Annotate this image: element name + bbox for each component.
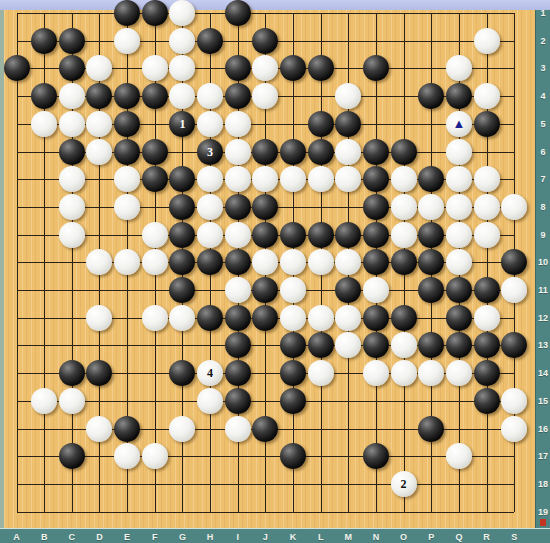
black-stone-C3	[59, 55, 85, 81]
black-stone-F6	[142, 139, 168, 165]
row-label-19: 19	[538, 507, 548, 517]
white-stone-Q17	[446, 443, 472, 469]
black-stone-J2	[252, 28, 278, 54]
black-stone-Q11	[446, 277, 472, 303]
white-stone-Q6	[446, 139, 472, 165]
white-stone-K7	[280, 166, 306, 192]
black-stone-C6	[59, 139, 85, 165]
white-stone-J10	[252, 249, 278, 275]
black-stone-P10	[418, 249, 444, 275]
black-stone-J16	[252, 416, 278, 442]
black-stone-L6	[308, 139, 334, 165]
black-stone-S10	[501, 249, 527, 275]
black-stone-I8	[225, 194, 251, 220]
white-stone-L10	[308, 249, 334, 275]
black-stone-Q12	[446, 305, 472, 331]
white-stone-J3	[252, 55, 278, 81]
white-stone-K10	[280, 249, 306, 275]
black-stone-P9	[418, 222, 444, 248]
white-stone-E7	[114, 166, 140, 192]
row-label-17: 17	[538, 451, 548, 461]
white-stone-G4	[169, 83, 195, 109]
white-stone-O9	[391, 222, 417, 248]
black-stone-H2	[197, 28, 223, 54]
white-stone-L7	[308, 166, 334, 192]
white-stone-R8	[474, 194, 500, 220]
black-stone-J6	[252, 139, 278, 165]
black-stone-G5: 1	[169, 111, 195, 137]
row-label-15: 15	[538, 396, 548, 406]
black-stone-P4	[418, 83, 444, 109]
move-number-label: 2	[401, 478, 407, 490]
white-stone-M10	[335, 249, 361, 275]
white-stone-M4	[335, 83, 361, 109]
white-stone-F12	[142, 305, 168, 331]
white-stone-H5	[197, 111, 223, 137]
white-stone-I6	[225, 139, 251, 165]
white-stone-M6	[335, 139, 361, 165]
white-stone-H4	[197, 83, 223, 109]
white-stone-C4	[59, 83, 85, 109]
column-label-M: M	[345, 532, 353, 542]
column-coordinates-bar: ABCDEFGHIJKLMNOPQRS	[0, 528, 550, 543]
column-label-F: F	[152, 532, 158, 542]
black-stone-G11	[169, 277, 195, 303]
white-stone-R9	[474, 222, 500, 248]
white-stone-D12	[86, 305, 112, 331]
column-label-P: P	[428, 532, 434, 542]
black-stone-K17	[280, 443, 306, 469]
black-stone-R11	[474, 277, 500, 303]
white-stone-I11	[225, 277, 251, 303]
white-stone-Q5: ▲	[446, 111, 472, 137]
white-stone-G1	[169, 0, 195, 26]
white-stone-O7	[391, 166, 417, 192]
white-stone-D5	[86, 111, 112, 137]
white-stone-S11	[501, 277, 527, 303]
black-stone-M11	[335, 277, 361, 303]
black-stone-G9	[169, 222, 195, 248]
white-stone-R7	[474, 166, 500, 192]
black-stone-F4	[142, 83, 168, 109]
black-stone-E5	[114, 111, 140, 137]
black-stone-E6	[114, 139, 140, 165]
white-stone-H14: 4	[197, 360, 223, 386]
white-stone-M7	[335, 166, 361, 192]
white-stone-R12	[474, 305, 500, 331]
column-label-G: G	[179, 532, 186, 542]
white-stone-H15	[197, 388, 223, 414]
column-label-L: L	[318, 532, 324, 542]
white-stone-C7	[59, 166, 85, 192]
white-stone-E10	[114, 249, 140, 275]
white-stone-H8	[197, 194, 223, 220]
black-stone-R15	[474, 388, 500, 414]
white-stone-Q10	[446, 249, 472, 275]
white-stone-K12	[280, 305, 306, 331]
black-stone-B4	[31, 83, 57, 109]
column-label-E: E	[124, 532, 130, 542]
row-label-16: 16	[538, 424, 548, 434]
column-label-K: K	[290, 532, 297, 542]
black-stone-K14	[280, 360, 306, 386]
white-stone-I7	[225, 166, 251, 192]
white-stone-G16	[169, 416, 195, 442]
black-stone-I14	[225, 360, 251, 386]
white-stone-P14	[418, 360, 444, 386]
black-stone-L3	[308, 55, 334, 81]
white-stone-P8	[418, 194, 444, 220]
black-stone-F1	[142, 0, 168, 26]
white-stone-R2	[474, 28, 500, 54]
row-label-1: 1	[540, 8, 545, 18]
row-label-8: 8	[540, 202, 545, 212]
white-stone-G12	[169, 305, 195, 331]
black-stone-H12	[197, 305, 223, 331]
white-stone-C9	[59, 222, 85, 248]
black-stone-N9	[363, 222, 389, 248]
column-label-N: N	[373, 532, 380, 542]
column-label-O: O	[400, 532, 407, 542]
white-stone-N14	[363, 360, 389, 386]
white-stone-M13	[335, 332, 361, 358]
white-stone-J4	[252, 83, 278, 109]
black-stone-K3	[280, 55, 306, 81]
black-stone-E16	[114, 416, 140, 442]
column-label-R: R	[483, 532, 490, 542]
black-stone-Q13	[446, 332, 472, 358]
row-label-14: 14	[538, 368, 548, 378]
white-stone-L12	[308, 305, 334, 331]
white-stone-Q3	[446, 55, 472, 81]
black-stone-I15	[225, 388, 251, 414]
white-stone-L14	[308, 360, 334, 386]
column-label-J: J	[263, 532, 268, 542]
black-stone-P7	[418, 166, 444, 192]
row-label-9: 9	[540, 230, 545, 240]
black-stone-A3	[4, 55, 30, 81]
move-number-label: 1	[179, 118, 185, 130]
last-move-triangle-marker: ▲	[452, 117, 465, 130]
black-stone-O10	[391, 249, 417, 275]
white-stone-S8	[501, 194, 527, 220]
white-stone-Q8	[446, 194, 472, 220]
white-stone-C15	[59, 388, 85, 414]
column-label-C: C	[69, 532, 76, 542]
window-top-bar	[0, 0, 550, 10]
black-stone-P13	[418, 332, 444, 358]
black-stone-J9	[252, 222, 278, 248]
white-stone-E17	[114, 443, 140, 469]
black-stone-O6	[391, 139, 417, 165]
white-stone-Q14	[446, 360, 472, 386]
white-stone-R4	[474, 83, 500, 109]
row-label-5: 5	[540, 119, 545, 129]
black-stone-C14	[59, 360, 85, 386]
black-stone-N12	[363, 305, 389, 331]
white-stone-G2	[169, 28, 195, 54]
white-stone-I16	[225, 416, 251, 442]
row-label-2: 2	[540, 36, 545, 46]
white-stone-E2	[114, 28, 140, 54]
white-stone-H9	[197, 222, 223, 248]
black-stone-N17	[363, 443, 389, 469]
row-label-13: 13	[538, 340, 548, 350]
black-stone-P16	[418, 416, 444, 442]
row-label-4: 4	[540, 91, 545, 101]
row-label-10: 10	[538, 257, 548, 267]
black-stone-D14	[86, 360, 112, 386]
black-stone-J8	[252, 194, 278, 220]
black-stone-S13	[501, 332, 527, 358]
black-stone-N13	[363, 332, 389, 358]
white-stone-Q7	[446, 166, 472, 192]
white-stone-O13	[391, 332, 417, 358]
row-coordinates-bar: 12345678910111213141516171819	[535, 10, 550, 543]
column-label-H: H	[207, 532, 214, 542]
column-label-D: D	[96, 532, 103, 542]
column-label-B: B	[41, 532, 48, 542]
white-stone-G3	[169, 55, 195, 81]
white-stone-I9	[225, 222, 251, 248]
black-stone-K6	[280, 139, 306, 165]
black-stone-F7	[142, 166, 168, 192]
black-stone-I3	[225, 55, 251, 81]
white-stone-F9	[142, 222, 168, 248]
black-stone-M9	[335, 222, 361, 248]
white-stone-D16	[86, 416, 112, 442]
go-app-window: 1▲342 12345678910111213141516171819 ABCD…	[0, 0, 550, 543]
black-stone-I1	[225, 0, 251, 26]
black-stone-N7	[363, 166, 389, 192]
black-stone-I10	[225, 249, 251, 275]
black-stone-L5	[308, 111, 334, 137]
black-stone-M5	[335, 111, 361, 137]
white-stone-B15	[31, 388, 57, 414]
black-stone-G14	[169, 360, 195, 386]
column-label-S: S	[511, 532, 517, 542]
white-stone-K11	[280, 277, 306, 303]
black-stone-J11	[252, 277, 278, 303]
grid-line	[17, 13, 18, 512]
black-stone-R13	[474, 332, 500, 358]
black-stone-L9	[308, 222, 334, 248]
move-number-label: 3	[207, 146, 213, 158]
column-label-Q: Q	[455, 532, 462, 542]
white-stone-M12	[335, 305, 361, 331]
white-stone-E8	[114, 194, 140, 220]
row-label-3: 3	[540, 63, 545, 73]
black-stone-N8	[363, 194, 389, 220]
black-stone-I4	[225, 83, 251, 109]
black-stone-G7	[169, 166, 195, 192]
black-stone-I12	[225, 305, 251, 331]
white-stone-D10	[86, 249, 112, 275]
white-stone-C8	[59, 194, 85, 220]
white-stone-D3	[86, 55, 112, 81]
black-stone-E1	[114, 0, 140, 26]
row-label-11: 11	[538, 285, 548, 295]
black-stone-N3	[363, 55, 389, 81]
white-stone-D6	[86, 139, 112, 165]
column-label-I: I	[236, 532, 239, 542]
black-stone-J12	[252, 305, 278, 331]
white-stone-F10	[142, 249, 168, 275]
black-stone-L13	[308, 332, 334, 358]
black-stone-G10	[169, 249, 195, 275]
white-stone-O18: 2	[391, 471, 417, 497]
black-stone-N6	[363, 139, 389, 165]
black-stone-O12	[391, 305, 417, 331]
black-stone-K15	[280, 388, 306, 414]
black-stone-Q4	[446, 83, 472, 109]
row-label-7: 7	[540, 174, 545, 184]
black-stone-E4	[114, 83, 140, 109]
move-number-label: 4	[207, 367, 213, 379]
row-label-6: 6	[540, 147, 545, 157]
black-stone-H6: 3	[197, 139, 223, 165]
black-stone-N10	[363, 249, 389, 275]
white-stone-O8	[391, 194, 417, 220]
white-stone-H7	[197, 166, 223, 192]
white-stone-B5	[31, 111, 57, 137]
white-stone-C5	[59, 111, 85, 137]
white-stone-F17	[142, 443, 168, 469]
black-stone-P11	[418, 277, 444, 303]
black-stone-R5	[474, 111, 500, 137]
black-stone-C17	[59, 443, 85, 469]
black-stone-H10	[197, 249, 223, 275]
white-stone-O14	[391, 360, 417, 386]
black-stone-G8	[169, 194, 195, 220]
white-stone-S16	[501, 416, 527, 442]
black-stone-K9	[280, 222, 306, 248]
white-stone-I5	[225, 111, 251, 137]
black-stone-I13	[225, 332, 251, 358]
black-stone-B2	[31, 28, 57, 54]
black-stone-C2	[59, 28, 85, 54]
row-label-18: 18	[538, 479, 548, 489]
black-stone-K13	[280, 332, 306, 358]
row-label-12: 12	[538, 313, 548, 323]
white-stone-S15	[501, 388, 527, 414]
column-label-A: A	[13, 532, 20, 542]
white-stone-F3	[142, 55, 168, 81]
black-stone-R14	[474, 360, 500, 386]
white-stone-J7	[252, 166, 278, 192]
white-stone-N11	[363, 277, 389, 303]
white-stone-Q9	[446, 222, 472, 248]
black-stone-D4	[86, 83, 112, 109]
grid-line	[17, 512, 515, 513]
red-corner-mark-icon	[540, 519, 546, 526]
go-board[interactable]: 1▲342	[4, 10, 535, 528]
